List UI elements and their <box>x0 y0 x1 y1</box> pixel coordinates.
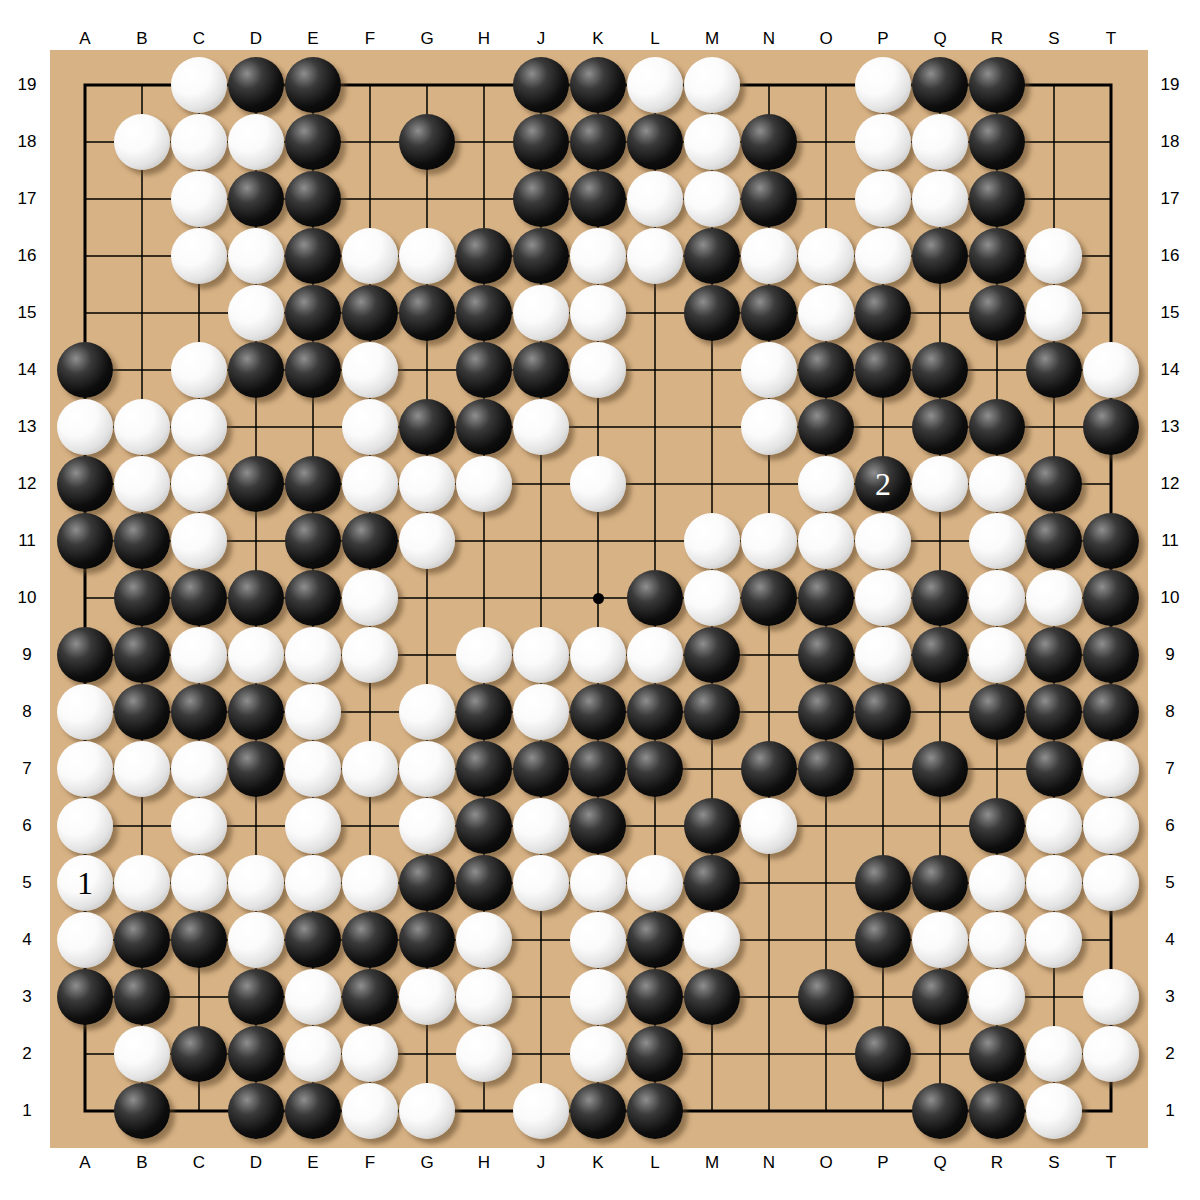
white-stone-g11 <box>399 513 455 569</box>
black-stone-r13 <box>969 399 1025 455</box>
empty-intersection-s19[interactable] <box>1026 57 1082 113</box>
black-stone-t11 <box>1083 513 1139 569</box>
black-stone-m15 <box>684 285 740 341</box>
black-stone-h16 <box>456 228 512 284</box>
empty-intersection-p7[interactable] <box>855 741 911 797</box>
row-label-right-18: 18 <box>1150 132 1190 152</box>
black-stone-r8 <box>969 684 1025 740</box>
black-stone-d10 <box>228 570 284 626</box>
white-stone-e8 <box>285 684 341 740</box>
black-stone-k6 <box>570 798 626 854</box>
white-stone-t5 <box>1083 855 1139 911</box>
black-stone-r2 <box>969 1026 1025 1082</box>
empty-intersection-t19[interactable] <box>1083 57 1139 113</box>
row-label-left-19: 19 <box>7 75 47 95</box>
empty-intersection-j2[interactable] <box>513 1026 569 1082</box>
white-stone-f5 <box>342 855 398 911</box>
black-stone-s7 <box>1026 741 1082 797</box>
column-label-top-d: D <box>236 29 276 49</box>
black-stone-m16 <box>684 228 740 284</box>
empty-intersection-p6[interactable] <box>855 798 911 854</box>
empty-intersection-o4[interactable] <box>798 912 854 968</box>
empty-intersection-a10[interactable] <box>57 570 113 626</box>
white-stone-f2 <box>342 1026 398 1082</box>
empty-intersection-f6[interactable] <box>342 798 398 854</box>
white-stone-b5 <box>114 855 170 911</box>
black-stone-h5 <box>456 855 512 911</box>
black-stone-f11 <box>342 513 398 569</box>
empty-intersection-o17[interactable] <box>798 171 854 227</box>
empty-intersection-n19[interactable] <box>741 57 797 113</box>
empty-intersection-t15[interactable] <box>1083 285 1139 341</box>
black-stone-k7 <box>570 741 626 797</box>
white-stone-p11 <box>855 513 911 569</box>
white-stone-f16 <box>342 228 398 284</box>
white-stone-p19 <box>855 57 911 113</box>
black-stone-h13 <box>456 399 512 455</box>
column-label-bottom-n: N <box>749 1153 789 1173</box>
black-stone-e11 <box>285 513 341 569</box>
white-stone-a7 <box>57 741 113 797</box>
empty-intersection-m2[interactable] <box>684 1026 740 1082</box>
empty-intersection-o6[interactable] <box>798 798 854 854</box>
black-stone-a14 <box>57 342 113 398</box>
black-stone-h14 <box>456 342 512 398</box>
white-stone-e5 <box>285 855 341 911</box>
column-label-top-b: B <box>122 29 162 49</box>
white-stone-h9 <box>456 627 512 683</box>
empty-intersection-r14[interactable] <box>969 342 1025 398</box>
white-stone-g7 <box>399 741 455 797</box>
black-stone-o13 <box>798 399 854 455</box>
black-stone-q7 <box>912 741 968 797</box>
empty-intersection-n3[interactable] <box>741 969 797 1025</box>
empty-intersection-h1[interactable] <box>456 1083 512 1139</box>
empty-intersection-d11[interactable] <box>228 513 284 569</box>
column-label-top-k: K <box>578 29 618 49</box>
empty-intersection-a19[interactable] <box>57 57 113 113</box>
empty-intersection-g14[interactable] <box>399 342 455 398</box>
black-stone-e10 <box>285 570 341 626</box>
empty-intersection-t1[interactable] <box>1083 1083 1139 1139</box>
white-stone-l17 <box>627 171 683 227</box>
black-stone-j14 <box>513 342 569 398</box>
empty-intersection-c3[interactable] <box>171 969 227 1025</box>
empty-intersection-m14[interactable] <box>684 342 740 398</box>
column-label-top-g: G <box>407 29 447 49</box>
white-stone-o12 <box>798 456 854 512</box>
empty-intersection-g10[interactable] <box>399 570 455 626</box>
empty-intersection-h19[interactable] <box>456 57 512 113</box>
empty-intersection-p3[interactable] <box>855 969 911 1025</box>
empty-intersection-f19[interactable] <box>342 57 398 113</box>
column-label-bottom-c: C <box>179 1153 219 1173</box>
row-label-right-19: 19 <box>1150 75 1190 95</box>
black-stone-e12 <box>285 456 341 512</box>
black-stone-h7 <box>456 741 512 797</box>
black-stone-n15 <box>741 285 797 341</box>
white-stone-n11 <box>741 513 797 569</box>
row-label-right-17: 17 <box>1150 189 1190 209</box>
empty-intersection-n4[interactable] <box>741 912 797 968</box>
white-stone-j9 <box>513 627 569 683</box>
black-stone-q16 <box>912 228 968 284</box>
black-stone-n18 <box>741 114 797 170</box>
empty-intersection-j11[interactable] <box>513 513 569 569</box>
empty-intersection-m13[interactable] <box>684 399 740 455</box>
empty-intersection-g9[interactable] <box>399 627 455 683</box>
row-label-right-6: 6 <box>1150 816 1190 836</box>
empty-intersection-o5[interactable] <box>798 855 854 911</box>
black-stone-p4 <box>855 912 911 968</box>
white-stone-s2 <box>1026 1026 1082 1082</box>
empty-intersection-j10[interactable] <box>513 570 569 626</box>
black-stone-o14 <box>798 342 854 398</box>
row-label-left-6: 6 <box>7 816 47 836</box>
black-stone-b1 <box>114 1083 170 1139</box>
black-stone-r16 <box>969 228 1025 284</box>
white-stone-k3 <box>570 969 626 1025</box>
empty-intersection-h11[interactable] <box>456 513 512 569</box>
white-stone-o16 <box>798 228 854 284</box>
row-label-right-8: 8 <box>1150 702 1190 722</box>
empty-intersection-t4[interactable] <box>1083 912 1139 968</box>
white-stone-f13 <box>342 399 398 455</box>
black-stone-e17 <box>285 171 341 227</box>
black-stone-b9 <box>114 627 170 683</box>
empty-intersection-p1[interactable] <box>855 1083 911 1139</box>
white-stone-r10 <box>969 570 1025 626</box>
empty-intersection-f18[interactable] <box>342 114 398 170</box>
white-stone-r9 <box>969 627 1025 683</box>
white-stone-o15 <box>798 285 854 341</box>
empty-intersection-t16[interactable] <box>1083 228 1139 284</box>
black-stone-q3 <box>912 969 968 1025</box>
black-stone-p8 <box>855 684 911 740</box>
white-stone-c17 <box>171 171 227 227</box>
white-stone-s10 <box>1026 570 1082 626</box>
empty-intersection-s3[interactable] <box>1026 969 1082 1025</box>
black-stone-m3 <box>684 969 740 1025</box>
white-stone-r5 <box>969 855 1025 911</box>
black-stone-k1 <box>570 1083 626 1139</box>
empty-intersection-l11[interactable] <box>627 513 683 569</box>
empty-intersection-l6[interactable] <box>627 798 683 854</box>
white-stone-t6 <box>1083 798 1139 854</box>
empty-intersection-o2[interactable] <box>798 1026 854 1082</box>
empty-intersection-b19[interactable] <box>114 57 170 113</box>
empty-intersection-n12[interactable] <box>741 456 797 512</box>
black-stone-e16 <box>285 228 341 284</box>
empty-intersection-c15[interactable] <box>171 285 227 341</box>
row-label-right-3: 3 <box>1150 987 1190 1007</box>
empty-intersection-q15[interactable] <box>912 285 968 341</box>
column-label-bottom-j: J <box>521 1153 561 1173</box>
black-stone-p5 <box>855 855 911 911</box>
empty-intersection-j3[interactable] <box>513 969 569 1025</box>
column-label-bottom-e: E <box>293 1153 333 1173</box>
row-label-left-12: 12 <box>7 474 47 494</box>
black-stone-m6 <box>684 798 740 854</box>
black-stone-g4 <box>399 912 455 968</box>
column-label-top-c: C <box>179 29 219 49</box>
empty-intersection-o19[interactable] <box>798 57 854 113</box>
empty-intersection-g2[interactable] <box>399 1026 455 1082</box>
empty-intersection-h17[interactable] <box>456 171 512 227</box>
black-stone-j17 <box>513 171 569 227</box>
black-stone-p15 <box>855 285 911 341</box>
white-stone-t3 <box>1083 969 1139 1025</box>
white-stone-j1 <box>513 1083 569 1139</box>
white-stone-d18 <box>228 114 284 170</box>
white-stone-b2 <box>114 1026 170 1082</box>
row-label-right-15: 15 <box>1150 303 1190 323</box>
empty-intersection-b16[interactable] <box>114 228 170 284</box>
black-stone-o7 <box>798 741 854 797</box>
white-stone-f7 <box>342 741 398 797</box>
black-stone-r1 <box>969 1083 1025 1139</box>
white-stone-j15 <box>513 285 569 341</box>
white-stone-t7 <box>1083 741 1139 797</box>
empty-intersection-l15[interactable] <box>627 285 683 341</box>
empty-intersection-n8[interactable] <box>741 684 797 740</box>
go-application-window: { "game": "go", "board": { "size": 19, "… <box>0 0 1200 1200</box>
empty-intersection-n1[interactable] <box>741 1083 797 1139</box>
black-stone-c2 <box>171 1026 227 1082</box>
black-stone-r17 <box>969 171 1025 227</box>
black-stone-s11 <box>1026 513 1082 569</box>
white-stone-n14 <box>741 342 797 398</box>
row-label-left-11: 11 <box>7 531 47 551</box>
black-stone-b3 <box>114 969 170 1025</box>
white-stone-f14 <box>342 342 398 398</box>
column-label-bottom-p: P <box>863 1153 903 1173</box>
column-label-top-e: E <box>293 29 333 49</box>
black-stone-q13 <box>912 399 968 455</box>
empty-intersection-a16[interactable] <box>57 228 113 284</box>
empty-intersection-a2[interactable] <box>57 1026 113 1082</box>
black-stone-r6 <box>969 798 1025 854</box>
white-stone-h12 <box>456 456 512 512</box>
empty-intersection-b14[interactable] <box>114 342 170 398</box>
empty-intersection-j12[interactable] <box>513 456 569 512</box>
white-stone-e2 <box>285 1026 341 1082</box>
black-stone-b4 <box>114 912 170 968</box>
black-stone-f3 <box>342 969 398 1025</box>
white-stone-c19 <box>171 57 227 113</box>
white-stone-d16 <box>228 228 284 284</box>
white-stone-q18 <box>912 114 968 170</box>
black-stone-m8 <box>684 684 740 740</box>
white-stone-p16 <box>855 228 911 284</box>
empty-intersection-b15[interactable] <box>114 285 170 341</box>
row-label-left-7: 7 <box>7 759 47 779</box>
empty-intersection-m12[interactable] <box>684 456 740 512</box>
empty-intersection-n5[interactable] <box>741 855 797 911</box>
white-stone-h3 <box>456 969 512 1025</box>
empty-intersection-t18[interactable] <box>1083 114 1139 170</box>
white-stone-d15 <box>228 285 284 341</box>
column-label-bottom-s: S <box>1034 1153 1074 1173</box>
empty-intersection-g17[interactable] <box>399 171 455 227</box>
row-label-left-13: 13 <box>7 417 47 437</box>
white-stone-r11 <box>969 513 1025 569</box>
white-stone-m18 <box>684 114 740 170</box>
black-stone-e4 <box>285 912 341 968</box>
empty-intersection-j4[interactable] <box>513 912 569 968</box>
white-stone-g12 <box>399 456 455 512</box>
white-stone-g1 <box>399 1083 455 1139</box>
black-stone-s9 <box>1026 627 1082 683</box>
empty-intersection-q8[interactable] <box>912 684 968 740</box>
white-stone-s16 <box>1026 228 1082 284</box>
black-stone-s8 <box>1026 684 1082 740</box>
empty-intersection-q6[interactable] <box>912 798 968 854</box>
black-stone-k17 <box>570 171 626 227</box>
black-stone-b10 <box>114 570 170 626</box>
row-label-right-11: 11 <box>1150 531 1190 551</box>
empty-intersection-o1[interactable] <box>798 1083 854 1139</box>
go-board[interactable]: 21 <box>50 50 1148 1148</box>
black-stone-l1 <box>627 1083 683 1139</box>
white-stone-k12 <box>570 456 626 512</box>
white-stone-j13 <box>513 399 569 455</box>
white-stone-f1 <box>342 1083 398 1139</box>
black-stone-l4 <box>627 912 683 968</box>
black-stone-f15 <box>342 285 398 341</box>
row-label-right-4: 4 <box>1150 930 1190 950</box>
empty-intersection-n9[interactable] <box>741 627 797 683</box>
row-label-right-14: 14 <box>1150 360 1190 380</box>
black-stone-j18 <box>513 114 569 170</box>
empty-intersection-a17[interactable] <box>57 171 113 227</box>
white-stone-k5 <box>570 855 626 911</box>
white-stone-t2 <box>1083 1026 1139 1082</box>
empty-intersection-l13[interactable] <box>627 399 683 455</box>
row-label-right-2: 2 <box>1150 1044 1190 1064</box>
black-stone-e15 <box>285 285 341 341</box>
white-stone-e7 <box>285 741 341 797</box>
column-label-top-r: R <box>977 29 1017 49</box>
empty-intersection-m1[interactable] <box>684 1083 740 1139</box>
white-stone-a13 <box>57 399 113 455</box>
empty-intersection-f17[interactable] <box>342 171 398 227</box>
row-label-left-15: 15 <box>7 303 47 323</box>
empty-intersection-s13[interactable] <box>1026 399 1082 455</box>
black-stone-p12 <box>855 456 911 512</box>
black-stone-e1 <box>285 1083 341 1139</box>
empty-intersection-d13[interactable] <box>228 399 284 455</box>
black-stone-k8 <box>570 684 626 740</box>
white-stone-c16 <box>171 228 227 284</box>
white-stone-d9 <box>228 627 284 683</box>
column-label-top-s: S <box>1034 29 1074 49</box>
column-label-top-f: F <box>350 29 390 49</box>
white-stone-r12 <box>969 456 1025 512</box>
empty-intersection-b17[interactable] <box>114 171 170 227</box>
empty-intersection-f8[interactable] <box>342 684 398 740</box>
empty-intersection-q11[interactable] <box>912 513 968 569</box>
empty-intersection-s18[interactable] <box>1026 114 1082 170</box>
white-stone-g8 <box>399 684 455 740</box>
empty-intersection-k11[interactable] <box>570 513 626 569</box>
black-stone-d8 <box>228 684 284 740</box>
white-stone-m4 <box>684 912 740 968</box>
black-stone-t10 <box>1083 570 1139 626</box>
row-label-right-16: 16 <box>1150 246 1190 266</box>
white-stone-p17 <box>855 171 911 227</box>
empty-intersection-g19[interactable] <box>399 57 455 113</box>
white-stone-a8 <box>57 684 113 740</box>
white-stone-c5 <box>171 855 227 911</box>
black-stone-q19 <box>912 57 968 113</box>
black-stone-t8 <box>1083 684 1139 740</box>
empty-intersection-q2[interactable] <box>912 1026 968 1082</box>
column-label-bottom-t: T <box>1091 1153 1131 1173</box>
white-stone-f9 <box>342 627 398 683</box>
empty-intersection-k10[interactable] <box>570 570 626 626</box>
column-label-bottom-a: A <box>65 1153 105 1173</box>
empty-intersection-o18[interactable] <box>798 114 854 170</box>
column-label-bottom-r: R <box>977 1153 1017 1173</box>
white-stone-p18 <box>855 114 911 170</box>
empty-intersection-l12[interactable] <box>627 456 683 512</box>
black-stone-n7 <box>741 741 797 797</box>
empty-intersection-d6[interactable] <box>228 798 284 854</box>
black-stone-o9 <box>798 627 854 683</box>
black-stone-c8 <box>171 684 227 740</box>
black-stone-e19 <box>285 57 341 113</box>
white-stone-e6 <box>285 798 341 854</box>
black-stone-d1 <box>228 1083 284 1139</box>
empty-intersection-m7[interactable] <box>684 741 740 797</box>
white-stone-j6 <box>513 798 569 854</box>
empty-intersection-a18[interactable] <box>57 114 113 170</box>
empty-intersection-t17[interactable] <box>1083 171 1139 227</box>
row-label-right-13: 13 <box>1150 417 1190 437</box>
empty-intersection-t12[interactable] <box>1083 456 1139 512</box>
row-label-right-12: 12 <box>1150 474 1190 494</box>
empty-intersection-l14[interactable] <box>627 342 683 398</box>
empty-intersection-r7[interactable] <box>969 741 1025 797</box>
white-stone-c13 <box>171 399 227 455</box>
black-stone-b8 <box>114 684 170 740</box>
white-stone-q12 <box>912 456 968 512</box>
white-stone-k4 <box>570 912 626 968</box>
empty-intersection-h18[interactable] <box>456 114 512 170</box>
empty-intersection-p13[interactable] <box>855 399 911 455</box>
empty-intersection-e13[interactable] <box>285 399 341 455</box>
column-label-bottom-d: D <box>236 1153 276 1173</box>
row-label-left-2: 2 <box>7 1044 47 1064</box>
empty-intersection-a1[interactable] <box>57 1083 113 1139</box>
black-stone-l10 <box>627 570 683 626</box>
empty-intersection-n2[interactable] <box>741 1026 797 1082</box>
empty-intersection-h10[interactable] <box>456 570 512 626</box>
empty-intersection-b6[interactable] <box>114 798 170 854</box>
black-stone-d7 <box>228 741 284 797</box>
empty-intersection-c1[interactable] <box>171 1083 227 1139</box>
black-stone-l3 <box>627 969 683 1025</box>
white-stone-s6 <box>1026 798 1082 854</box>
column-label-top-l: L <box>635 29 675 49</box>
white-stone-l16 <box>627 228 683 284</box>
white-stone-n16 <box>741 228 797 284</box>
empty-intersection-a15[interactable] <box>57 285 113 341</box>
black-stone-q1 <box>912 1083 968 1139</box>
empty-intersection-k13[interactable] <box>570 399 626 455</box>
empty-intersection-s17[interactable] <box>1026 171 1082 227</box>
